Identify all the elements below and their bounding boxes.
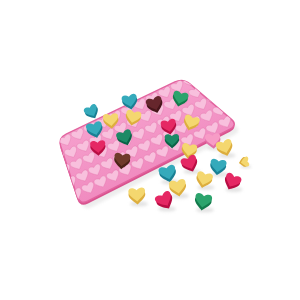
candy-heart-green — [193, 193, 214, 213]
candy-heart-teal — [209, 158, 229, 177]
mold-heart-bump — [45, 139, 61, 154]
mold-and-candies-illustration — [0, 0, 300, 300]
mold-heart-bump — [207, 62, 223, 77]
mold-heart-bump — [224, 97, 240, 112]
candy-heart-yellow — [238, 156, 251, 168]
mold-heart-bump — [213, 74, 229, 89]
mold-heart-bump — [200, 79, 216, 94]
candy-top-face — [128, 187, 146, 202]
silicone-heart-mold — [45, 62, 246, 205]
candy-heart-yellow — [128, 187, 148, 206]
candy-heart-red — [154, 190, 177, 213]
product-photo — [0, 0, 300, 300]
mold-heart-bump — [195, 68, 211, 83]
mold-heart-bump — [218, 85, 234, 100]
